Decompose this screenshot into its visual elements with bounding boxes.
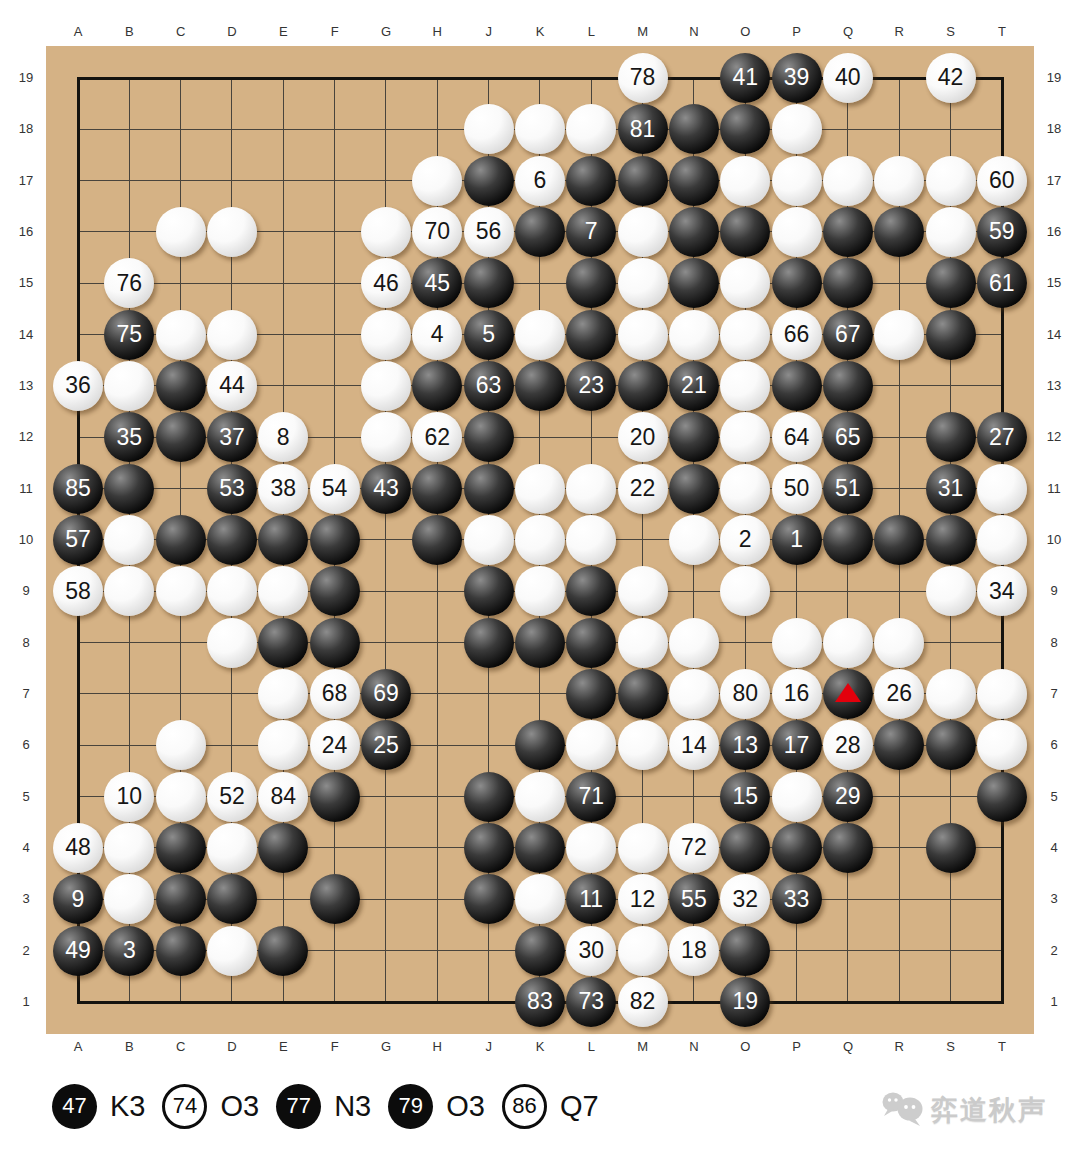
intersection-G18 [360,104,411,155]
intersection-F18 [309,104,360,155]
white-stone-L6 [566,720,616,770]
white-stone-N10 [669,515,719,565]
black-stone-J11 [464,464,514,514]
col-label-bottom-D: D [221,1039,243,1055]
intersection-F6: 24 [309,720,360,771]
intersection-G10 [360,514,411,565]
col-label-bottom-A: A [67,1039,89,1055]
black-stone-L16: 7 [566,207,616,257]
black-stone-K13 [515,361,565,411]
intersection-R3 [874,874,925,925]
intersection-Q8 [822,617,873,668]
col-label-top-N: N [683,24,705,40]
intersection-S10 [925,514,976,565]
col-label-top-O: O [734,24,756,40]
black-stone-T16: 59 [977,207,1027,257]
row-label-right-17: 17 [1040,173,1068,189]
intersection-E12: 8 [258,412,309,463]
intersection-T10 [976,514,1027,565]
caption-entry-79: 79O3 [388,1084,485,1129]
intersection-T14 [976,309,1027,360]
intersection-F3 [309,874,360,925]
white-stone-O3: 32 [720,874,770,924]
col-label-bottom-P: P [786,1039,808,1055]
intersection-J14: 5 [463,309,514,360]
caption-white-stone-74: 74 [162,1084,207,1129]
kifu-page: 7841394042816607056759764645617545666736… [0,0,1080,1156]
intersection-P16 [771,206,822,257]
black-stone-O1: 19 [720,977,770,1027]
black-stone-A2: 49 [53,926,103,976]
intersection-F15 [309,258,360,309]
intersection-E8 [258,617,309,668]
black-stone-Q14: 67 [823,310,873,360]
intersection-L2: 30 [566,925,617,976]
white-stone-S17 [926,156,976,206]
intersection-O6: 13 [720,720,771,771]
black-stone-M18: 81 [618,104,668,154]
black-stone-L1: 73 [566,977,616,1027]
white-stone-A9: 58 [53,566,103,616]
caption-point-label: Q7 [560,1090,599,1123]
intersection-A11: 85 [52,463,103,514]
intersection-C17 [155,155,206,206]
black-stone-K2 [515,926,565,976]
intersection-S3 [925,874,976,925]
intersection-C1 [155,976,206,1027]
white-stone-G16 [361,207,411,257]
row-label-right-4: 4 [1040,840,1068,856]
white-stone-Q8 [823,618,873,668]
intersection-G17 [360,155,411,206]
white-stone-E11: 38 [258,464,308,514]
white-stone-D5: 52 [207,772,257,822]
intersection-D4 [206,822,257,873]
intersection-C6 [155,720,206,771]
intersection-B8 [104,617,155,668]
white-stone-Q19: 40 [823,53,873,103]
row-label-right-5: 5 [1040,789,1068,805]
intersection-D1 [206,976,257,1027]
intersection-F17 [309,155,360,206]
white-stone-B4 [104,823,154,873]
intersection-A16 [52,206,103,257]
intersection-S13 [925,360,976,411]
black-stone-J8 [464,618,514,668]
white-stone-P8 [772,618,822,668]
white-stone-P14: 66 [772,310,822,360]
col-label-bottom-L: L [580,1039,602,1055]
intersection-P6: 17 [771,720,822,771]
intersection-D13: 44 [206,360,257,411]
intersection-N9 [668,566,719,617]
intersection-L5: 71 [566,771,617,822]
intersection-S15 [925,258,976,309]
black-stone-K8 [515,618,565,668]
intersection-B4 [104,822,155,873]
intersection-B1 [104,976,155,1027]
intersection-Q3 [822,874,873,925]
intersection-J2 [463,925,514,976]
intersection-T4 [976,822,1027,873]
white-stone-C16 [156,207,206,257]
intersection-D17 [206,155,257,206]
white-stone-E6 [258,720,308,770]
intersection-L17 [566,155,617,206]
intersection-O11 [720,463,771,514]
intersection-R19 [874,52,925,103]
intersection-N18 [668,104,719,155]
intersection-N11 [668,463,719,514]
intersection-O15 [720,258,771,309]
white-stone-N6: 14 [669,720,719,770]
intersection-K17: 6 [514,155,565,206]
watermark: 弈道秋声 [878,1088,1047,1132]
intersection-C14 [155,309,206,360]
intersection-B18 [104,104,155,155]
intersection-E5: 84 [258,771,309,822]
white-stone-M15 [618,258,668,308]
intersection-M9 [617,566,668,617]
intersection-L8 [566,617,617,668]
intersection-P10: 1 [771,514,822,565]
white-stone-L18 [566,104,616,154]
row-label-right-9: 9 [1040,583,1068,599]
intersection-R17 [874,155,925,206]
intersection-J9 [463,566,514,617]
white-stone-B13 [104,361,154,411]
intersection-G11: 43 [360,463,411,514]
white-stone-O7: 80 [720,669,770,719]
white-stone-O14 [720,310,770,360]
black-stone-M7 [618,669,668,719]
white-stone-C9 [156,566,206,616]
white-stone-N7 [669,669,719,719]
black-stone-L14 [566,310,616,360]
white-stone-D4 [207,823,257,873]
row-label-right-8: 8 [1040,635,1068,651]
intersection-J1 [463,976,514,1027]
black-stone-S4 [926,823,976,873]
intersection-F5 [309,771,360,822]
black-stone-L3: 11 [566,874,616,924]
intersection-S6 [925,720,976,771]
intersection-E9 [258,566,309,617]
intersection-T18 [976,104,1027,155]
black-stone-C4 [156,823,206,873]
intersection-P3: 33 [771,874,822,925]
intersection-T15: 61 [976,258,1027,309]
black-stone-P4 [772,823,822,873]
white-stone-D2 [207,926,257,976]
black-stone-C13 [156,361,206,411]
row-label-right-2: 2 [1040,943,1068,959]
intersection-P15 [771,258,822,309]
black-stone-T5 [977,772,1027,822]
row-label-left-3: 3 [12,891,40,907]
black-stone-P3: 33 [772,874,822,924]
intersection-L3: 11 [566,874,617,925]
black-stone-A10: 57 [53,515,103,565]
black-stone-M17 [618,156,668,206]
intersection-F14 [309,309,360,360]
intersection-J10 [463,514,514,565]
black-stone-A3: 9 [53,874,103,924]
white-stone-G15: 46 [361,258,411,308]
intersection-O10: 2 [720,514,771,565]
black-stone-Q4 [823,823,873,873]
intersection-J4 [463,822,514,873]
intersection-A5 [52,771,103,822]
white-stone-C6 [156,720,206,770]
intersection-T6 [976,720,1027,771]
intersection-O5: 15 [720,771,771,822]
intersection-K8 [514,617,565,668]
black-stone-J12 [464,412,514,462]
intersection-H2 [412,925,463,976]
intersection-H10 [412,514,463,565]
intersection-T8 [976,617,1027,668]
row-label-right-3: 3 [1040,891,1068,907]
col-label-bottom-H: H [426,1039,448,1055]
intersection-A1 [52,976,103,1027]
intersection-L16: 7 [566,206,617,257]
intersection-D2 [206,925,257,976]
intersection-J16: 56 [463,206,514,257]
white-stone-R7: 26 [874,669,924,719]
intersection-G6: 25 [360,720,411,771]
black-stone-H10 [412,515,462,565]
intersection-B7 [104,668,155,719]
intersection-J13: 63 [463,360,514,411]
row-label-right-14: 14 [1040,327,1068,343]
intersection-Q12: 65 [822,412,873,463]
white-stone-M19: 78 [618,53,668,103]
white-stone-T6 [977,720,1027,770]
intersection-P4 [771,822,822,873]
intersection-L19 [566,52,617,103]
intersection-C19 [155,52,206,103]
row-label-left-18: 18 [12,121,40,137]
intersection-E14 [258,309,309,360]
intersection-C12 [155,412,206,463]
white-stone-S16 [926,207,976,257]
intersection-R1 [874,976,925,1027]
intersection-T19 [976,52,1027,103]
intersection-O8 [720,617,771,668]
black-stone-N17 [669,156,719,206]
col-label-top-D: D [221,24,243,40]
white-stone-M6 [618,720,668,770]
white-stone-O15 [720,258,770,308]
intersection-S2 [925,925,976,976]
black-stone-C12 [156,412,206,462]
white-stone-M8 [618,618,668,668]
intersection-M7 [617,668,668,719]
intersection-H15: 45 [412,258,463,309]
intersection-K4 [514,822,565,873]
white-stone-D14 [207,310,257,360]
intersection-A18 [52,104,103,155]
black-stone-J3 [464,874,514,924]
intersection-N5 [668,771,719,822]
row-label-left-8: 8 [12,635,40,651]
white-stone-T9: 34 [977,566,1027,616]
intersection-P11: 50 [771,463,822,514]
col-label-top-P: P [786,24,808,40]
row-label-left-1: 1 [12,994,40,1010]
intersection-G5 [360,771,411,822]
intersection-J8 [463,617,514,668]
intersection-M6 [617,720,668,771]
white-stone-A13: 36 [53,361,103,411]
intersection-H13 [412,360,463,411]
intersection-E1 [258,976,309,1027]
caption-black-stone-47: 47 [52,1084,97,1129]
white-stone-L4 [566,823,616,873]
intersection-M14 [617,309,668,360]
intersection-T13 [976,360,1027,411]
intersection-A19 [52,52,103,103]
black-stone-B14: 75 [104,310,154,360]
intersection-E3 [258,874,309,925]
col-label-bottom-F: F [324,1039,346,1055]
intersection-F13 [309,360,360,411]
intersection-S7 [925,668,976,719]
col-label-bottom-S: S [940,1039,962,1055]
go-board-grid: 7841394042816607056759764645617545666736… [52,52,1027,1027]
intersection-R2 [874,925,925,976]
intersection-P12: 64 [771,412,822,463]
intersection-B11 [104,463,155,514]
intersection-A3: 9 [52,874,103,925]
black-stone-J4 [464,823,514,873]
intersection-R7: 26 [874,668,925,719]
white-stone-P18 [772,104,822,154]
intersection-L12 [566,412,617,463]
black-stone-Q10 [823,515,873,565]
white-stone-O13 [720,361,770,411]
col-label-bottom-T: T [991,1039,1013,1055]
intersection-Q13 [822,360,873,411]
intersection-K15 [514,258,565,309]
white-stone-O9 [720,566,770,616]
black-stone-G6: 25 [361,720,411,770]
black-stone-J14: 5 [464,310,514,360]
white-stone-K11 [515,464,565,514]
intersection-Q15 [822,258,873,309]
intersection-K12 [514,412,565,463]
col-label-top-L: L [580,24,602,40]
black-stone-F5 [310,772,360,822]
intersection-N15 [668,258,719,309]
intersection-F11: 54 [309,463,360,514]
intersection-G8 [360,617,411,668]
black-stone-G11: 43 [361,464,411,514]
black-stone-N13: 21 [669,361,719,411]
intersection-K6 [514,720,565,771]
intersection-F10 [309,514,360,565]
intersection-G14 [360,309,411,360]
intersection-Q17 [822,155,873,206]
row-label-right-1: 1 [1040,994,1068,1010]
black-stone-F10 [310,515,360,565]
intersection-Q2 [822,925,873,976]
row-label-left-11: 11 [12,481,40,497]
intersection-T17: 60 [976,155,1027,206]
white-stone-J16: 56 [464,207,514,257]
intersection-T12: 27 [976,412,1027,463]
black-stone-J5 [464,772,514,822]
intersection-J6 [463,720,514,771]
black-stone-P10: 1 [772,515,822,565]
black-stone-R10 [874,515,924,565]
black-stone-N11 [669,464,719,514]
black-stone-Q12: 65 [823,412,873,462]
black-stone-L17 [566,156,616,206]
intersection-F9 [309,566,360,617]
intersection-H11 [412,463,463,514]
row-label-left-2: 2 [12,943,40,959]
white-stone-O12 [720,412,770,462]
intersection-C4 [155,822,206,873]
intersection-L7 [566,668,617,719]
intersection-H16: 70 [412,206,463,257]
white-stone-D9 [207,566,257,616]
row-label-left-17: 17 [12,173,40,189]
intersection-B15: 76 [104,258,155,309]
intersection-P14: 66 [771,309,822,360]
white-stone-H14: 4 [412,310,462,360]
white-stone-H17 [412,156,462,206]
intersection-B13 [104,360,155,411]
white-stone-G12 [361,412,411,462]
white-stone-L2: 30 [566,926,616,976]
black-stone-L9 [566,566,616,616]
white-stone-O17 [720,156,770,206]
row-label-left-15: 15 [12,275,40,291]
intersection-O1: 19 [720,976,771,1027]
black-stone-T15: 61 [977,258,1027,308]
intersection-G3 [360,874,411,925]
black-stone-L5: 71 [566,772,616,822]
white-stone-B3 [104,874,154,924]
intersection-C7 [155,668,206,719]
intersection-O14 [720,309,771,360]
intersection-H9 [412,566,463,617]
intersection-F4 [309,822,360,873]
intersection-A17 [52,155,103,206]
intersection-N1 [668,976,719,1027]
black-stone-Q5: 29 [823,772,873,822]
black-stone-E8 [258,618,308,668]
white-stone-O10: 2 [720,515,770,565]
intersection-M13 [617,360,668,411]
intersection-D11: 53 [206,463,257,514]
intersection-Q10 [822,514,873,565]
white-stone-F7: 68 [310,669,360,719]
white-stone-N4: 72 [669,823,719,873]
row-label-right-19: 19 [1040,70,1068,86]
intersection-L4 [566,822,617,873]
intersection-L11 [566,463,617,514]
white-stone-B5: 10 [104,772,154,822]
intersection-N7 [668,668,719,719]
intersection-M8 [617,617,668,668]
black-stone-D11: 53 [207,464,257,514]
intersection-J3 [463,874,514,925]
intersection-R13 [874,360,925,411]
